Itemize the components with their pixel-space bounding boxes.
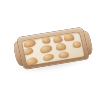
cookie-8 xyxy=(72,41,80,47)
cookie-10 xyxy=(42,53,54,61)
cookie-4 xyxy=(64,33,74,41)
cookie-2 xyxy=(42,37,51,44)
cookie-11 xyxy=(59,51,70,58)
cookie-7 xyxy=(55,43,66,51)
cookie-5 xyxy=(22,47,34,56)
cookie-9 xyxy=(25,56,38,65)
cookie-3 xyxy=(52,34,63,43)
cookie-1 xyxy=(23,39,37,48)
product-photo xyxy=(0,0,100,100)
cookie-6 xyxy=(39,44,53,53)
